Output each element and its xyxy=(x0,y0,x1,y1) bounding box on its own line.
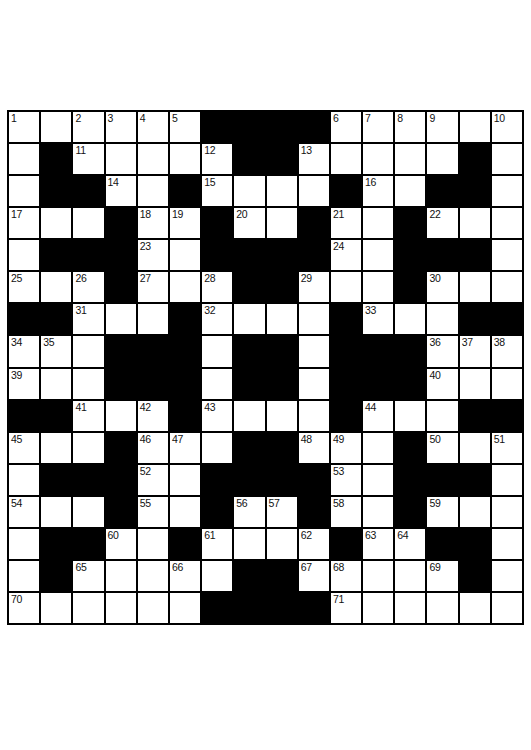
white-cell[interactable] xyxy=(73,369,103,399)
black-cell xyxy=(41,304,71,334)
white-cell[interactable] xyxy=(9,465,39,495)
black-cell xyxy=(170,176,200,206)
white-cell[interactable]: 71 xyxy=(331,593,361,623)
white-cell[interactable]: 40 xyxy=(427,369,457,399)
white-cell[interactable] xyxy=(138,176,168,206)
white-cell[interactable]: 58 xyxy=(331,497,361,527)
clue-number: 23 xyxy=(140,241,151,252)
white-cell[interactable] xyxy=(492,144,522,174)
black-cell xyxy=(106,272,136,302)
black-cell xyxy=(331,304,361,334)
white-cell[interactable] xyxy=(41,208,71,238)
clue-number: 63 xyxy=(365,530,376,541)
black-cell xyxy=(41,401,71,431)
white-cell[interactable]: 2 xyxy=(73,112,103,142)
black-cell xyxy=(267,272,297,302)
black-cell xyxy=(234,561,264,591)
clue-number: 12 xyxy=(204,145,215,156)
clue-number: 27 xyxy=(140,273,151,284)
white-cell[interactable] xyxy=(202,369,232,399)
black-cell xyxy=(427,529,457,559)
black-cell xyxy=(267,433,297,463)
white-cell[interactable] xyxy=(202,561,232,591)
white-cell[interactable]: 8 xyxy=(395,112,425,142)
white-cell[interactable] xyxy=(138,561,168,591)
white-cell[interactable] xyxy=(9,529,39,559)
black-cell xyxy=(41,144,71,174)
white-cell[interactable] xyxy=(202,336,232,366)
white-cell[interactable] xyxy=(363,561,393,591)
white-cell[interactable] xyxy=(492,465,522,495)
white-cell[interactable]: 51 xyxy=(492,433,522,463)
black-cell xyxy=(267,336,297,366)
clue-number: 20 xyxy=(236,209,247,220)
white-cell[interactable] xyxy=(202,433,232,463)
black-cell xyxy=(234,465,264,495)
white-cell[interactable]: 45 xyxy=(9,433,39,463)
clue-number: 51 xyxy=(494,434,505,445)
white-cell[interactable] xyxy=(427,304,457,334)
clue-number: 43 xyxy=(204,402,215,413)
black-cell xyxy=(395,208,425,238)
white-cell[interactable] xyxy=(9,176,39,206)
white-cell[interactable]: 29 xyxy=(299,272,329,302)
white-cell[interactable]: 20 xyxy=(234,208,264,238)
white-cell[interactable]: 7 xyxy=(363,112,393,142)
white-cell[interactable] xyxy=(299,336,329,366)
white-cell[interactable] xyxy=(234,529,264,559)
black-cell xyxy=(202,240,232,270)
black-cell xyxy=(299,208,329,238)
clue-number: 70 xyxy=(11,594,22,605)
clue-number: 15 xyxy=(204,177,215,188)
clue-number: 16 xyxy=(365,177,376,188)
white-cell[interactable]: 41 xyxy=(73,401,103,431)
white-cell[interactable] xyxy=(460,369,490,399)
white-cell[interactable] xyxy=(170,465,200,495)
white-cell[interactable] xyxy=(267,208,297,238)
white-cell[interactable]: 38 xyxy=(492,336,522,366)
black-cell xyxy=(395,272,425,302)
clue-number: 3 xyxy=(108,113,114,124)
white-cell[interactable]: 52 xyxy=(138,465,168,495)
white-cell[interactable]: 42 xyxy=(138,401,168,431)
black-cell xyxy=(41,465,71,495)
white-cell[interactable]: 24 xyxy=(331,240,361,270)
white-cell[interactable] xyxy=(41,593,71,623)
black-cell xyxy=(9,401,39,431)
clue-number: 8 xyxy=(397,113,403,124)
black-cell xyxy=(460,176,490,206)
white-cell[interactable]: 3 xyxy=(106,112,136,142)
white-cell[interactable] xyxy=(41,497,71,527)
white-cell[interactable]: 69 xyxy=(427,561,457,591)
clue-number: 41 xyxy=(75,402,86,413)
white-cell[interactable]: 10 xyxy=(492,112,522,142)
white-cell[interactable] xyxy=(363,208,393,238)
white-cell[interactable] xyxy=(492,497,522,527)
black-cell xyxy=(492,304,522,334)
white-cell[interactable] xyxy=(299,176,329,206)
white-cell[interactable]: 30 xyxy=(427,272,457,302)
black-cell xyxy=(170,369,200,399)
white-cell[interactable] xyxy=(363,497,393,527)
white-cell[interactable] xyxy=(395,144,425,174)
black-cell xyxy=(427,465,457,495)
white-cell[interactable] xyxy=(138,529,168,559)
black-cell xyxy=(267,112,297,142)
white-cell[interactable]: 55 xyxy=(138,497,168,527)
white-cell[interactable]: 36 xyxy=(427,336,457,366)
white-cell[interactable] xyxy=(363,272,393,302)
white-cell[interactable] xyxy=(41,369,71,399)
black-cell xyxy=(234,112,264,142)
white-cell[interactable] xyxy=(73,208,103,238)
black-cell xyxy=(331,529,361,559)
clue-number: 48 xyxy=(301,434,312,445)
clue-number: 65 xyxy=(75,562,86,573)
black-cell xyxy=(363,336,393,366)
white-cell[interactable]: 53 xyxy=(331,465,361,495)
black-cell xyxy=(460,144,490,174)
white-cell[interactable] xyxy=(427,144,457,174)
white-cell[interactable] xyxy=(9,561,39,591)
black-cell xyxy=(267,593,297,623)
clue-number: 37 xyxy=(462,337,473,348)
white-cell[interactable] xyxy=(395,304,425,334)
white-cell[interactable] xyxy=(460,208,490,238)
black-cell xyxy=(299,497,329,527)
white-cell[interactable] xyxy=(427,593,457,623)
clue-number: 17 xyxy=(11,209,22,220)
white-cell[interactable] xyxy=(41,433,71,463)
white-cell[interactable]: 1 xyxy=(9,112,39,142)
white-cell[interactable]: 46 xyxy=(138,433,168,463)
white-cell[interactable] xyxy=(492,561,522,591)
white-cell[interactable]: 22 xyxy=(427,208,457,238)
clue-number: 64 xyxy=(397,530,408,541)
white-cell[interactable] xyxy=(170,240,200,270)
clue-number: 66 xyxy=(172,562,183,573)
white-cell[interactable]: 61 xyxy=(202,529,232,559)
white-cell[interactable]: 48 xyxy=(299,433,329,463)
white-cell[interactable] xyxy=(363,465,393,495)
white-cell[interactable]: 54 xyxy=(9,497,39,527)
white-cell[interactable]: 26 xyxy=(73,272,103,302)
black-cell xyxy=(460,401,490,431)
clue-number: 24 xyxy=(333,241,344,252)
white-cell[interactable] xyxy=(395,401,425,431)
white-cell[interactable]: 65 xyxy=(73,561,103,591)
clue-number: 49 xyxy=(333,434,344,445)
white-cell[interactable] xyxy=(299,369,329,399)
black-cell xyxy=(170,336,200,366)
white-cell[interactable] xyxy=(267,304,297,334)
white-cell[interactable] xyxy=(170,272,200,302)
white-cell[interactable]: 63 xyxy=(363,529,393,559)
clue-number: 19 xyxy=(172,209,183,220)
white-cell[interactable]: 66 xyxy=(170,561,200,591)
black-cell xyxy=(460,304,490,334)
white-cell[interactable] xyxy=(427,401,457,431)
clue-number: 32 xyxy=(204,305,215,316)
white-cell[interactable]: 62 xyxy=(299,529,329,559)
white-cell[interactable]: 15 xyxy=(202,176,232,206)
clue-number: 2 xyxy=(75,113,81,124)
white-cell[interactable] xyxy=(267,529,297,559)
white-cell[interactable]: 70 xyxy=(9,593,39,623)
white-cell[interactable] xyxy=(363,144,393,174)
white-cell[interactable] xyxy=(41,112,71,142)
white-cell[interactable]: 9 xyxy=(427,112,457,142)
white-cell[interactable] xyxy=(363,593,393,623)
white-cell[interactable] xyxy=(492,593,522,623)
white-cell[interactable]: 44 xyxy=(363,401,393,431)
clue-number: 54 xyxy=(11,498,22,509)
white-cell[interactable] xyxy=(395,176,425,206)
black-cell xyxy=(170,401,200,431)
white-cell[interactable]: 56 xyxy=(234,497,264,527)
black-cell xyxy=(395,497,425,527)
black-cell xyxy=(267,369,297,399)
white-cell[interactable]: 11 xyxy=(73,144,103,174)
clue-number: 7 xyxy=(365,113,371,124)
black-cell xyxy=(492,401,522,431)
black-cell xyxy=(106,240,136,270)
black-cell xyxy=(73,465,103,495)
white-cell[interactable]: 28 xyxy=(202,272,232,302)
white-cell[interactable]: 57 xyxy=(267,497,297,527)
white-cell[interactable]: 47 xyxy=(170,433,200,463)
white-cell[interactable] xyxy=(363,433,393,463)
black-cell xyxy=(395,465,425,495)
white-cell[interactable] xyxy=(106,144,136,174)
white-cell[interactable]: 17 xyxy=(9,208,39,238)
black-cell xyxy=(41,240,71,270)
white-cell[interactable]: 13 xyxy=(299,144,329,174)
white-cell[interactable]: 64 xyxy=(395,529,425,559)
clue-number: 40 xyxy=(429,370,440,381)
black-cell xyxy=(234,336,264,366)
white-cell[interactable]: 39 xyxy=(9,369,39,399)
clue-number: 13 xyxy=(301,145,312,156)
white-cell[interactable] xyxy=(299,401,329,431)
black-cell xyxy=(170,529,200,559)
black-cell xyxy=(106,497,136,527)
black-cell xyxy=(234,144,264,174)
black-cell xyxy=(106,369,136,399)
black-cell xyxy=(299,240,329,270)
clue-number: 46 xyxy=(140,434,151,445)
clue-number: 30 xyxy=(429,273,440,284)
black-cell xyxy=(267,561,297,591)
black-cell xyxy=(202,208,232,238)
white-cell[interactable] xyxy=(460,497,490,527)
black-cell xyxy=(267,465,297,495)
white-cell[interactable]: 27 xyxy=(138,272,168,302)
white-cell[interactable] xyxy=(106,561,136,591)
white-cell[interactable] xyxy=(138,593,168,623)
clue-number: 35 xyxy=(43,337,54,348)
black-cell xyxy=(41,529,71,559)
clue-number: 58 xyxy=(333,498,344,509)
clue-number: 39 xyxy=(11,370,22,381)
white-cell[interactable] xyxy=(106,401,136,431)
clue-number: 34 xyxy=(11,337,22,348)
clue-number: 5 xyxy=(172,113,178,124)
white-cell[interactable]: 59 xyxy=(427,497,457,527)
white-cell[interactable] xyxy=(73,593,103,623)
white-cell[interactable] xyxy=(106,304,136,334)
white-cell[interactable]: 37 xyxy=(460,336,490,366)
clue-number: 29 xyxy=(301,273,312,284)
black-cell xyxy=(395,369,425,399)
white-cell[interactable]: 16 xyxy=(363,176,393,206)
white-cell[interactable]: 6 xyxy=(331,112,361,142)
white-cell[interactable] xyxy=(106,593,136,623)
white-cell[interactable] xyxy=(170,144,200,174)
clue-number: 52 xyxy=(140,466,151,477)
black-cell xyxy=(106,336,136,366)
white-cell[interactable] xyxy=(331,144,361,174)
white-cell[interactable] xyxy=(395,593,425,623)
crossword-grid: 1234567891011121314151617181920212223242… xyxy=(7,110,524,625)
black-cell xyxy=(234,433,264,463)
white-cell[interactable]: 12 xyxy=(202,144,232,174)
white-cell[interactable] xyxy=(460,112,490,142)
white-cell[interactable] xyxy=(170,593,200,623)
clue-number: 61 xyxy=(204,530,215,541)
black-cell xyxy=(170,304,200,334)
clue-number: 53 xyxy=(333,466,344,477)
black-cell xyxy=(234,369,264,399)
black-cell xyxy=(202,593,232,623)
clue-number: 42 xyxy=(140,402,151,413)
clue-number: 36 xyxy=(429,337,440,348)
white-cell[interactable] xyxy=(73,433,103,463)
white-cell[interactable] xyxy=(492,208,522,238)
white-cell[interactable] xyxy=(492,176,522,206)
white-cell[interactable] xyxy=(267,176,297,206)
black-cell xyxy=(138,336,168,366)
white-cell[interactable]: 32 xyxy=(202,304,232,334)
black-cell xyxy=(299,465,329,495)
clue-number: 1 xyxy=(11,113,17,124)
clue-number: 18 xyxy=(140,209,151,220)
black-cell xyxy=(331,369,361,399)
white-cell[interactable] xyxy=(267,401,297,431)
white-cell[interactable] xyxy=(492,369,522,399)
white-cell[interactable]: 19 xyxy=(170,208,200,238)
white-cell[interactable] xyxy=(460,433,490,463)
white-cell[interactable]: 35 xyxy=(41,336,71,366)
white-cell[interactable] xyxy=(331,272,361,302)
white-cell[interactable] xyxy=(234,176,264,206)
clue-number: 50 xyxy=(429,434,440,445)
white-cell[interactable]: 60 xyxy=(106,529,136,559)
black-cell xyxy=(234,240,264,270)
white-cell[interactable]: 34 xyxy=(9,336,39,366)
white-cell[interactable] xyxy=(299,304,329,334)
white-cell[interactable]: 31 xyxy=(73,304,103,334)
clue-number: 62 xyxy=(301,530,312,541)
clue-number: 9 xyxy=(429,113,435,124)
white-cell[interactable]: 68 xyxy=(331,561,361,591)
white-cell[interactable] xyxy=(9,144,39,174)
clue-number: 11 xyxy=(75,145,85,156)
white-cell[interactable]: 49 xyxy=(331,433,361,463)
clue-number: 6 xyxy=(333,113,339,124)
white-cell[interactable]: 33 xyxy=(363,304,393,334)
clue-number: 69 xyxy=(429,562,440,573)
black-cell xyxy=(73,529,103,559)
clue-number: 55 xyxy=(140,498,151,509)
white-cell[interactable]: 50 xyxy=(427,433,457,463)
black-cell xyxy=(234,593,264,623)
white-cell[interactable] xyxy=(363,240,393,270)
black-cell xyxy=(202,465,232,495)
white-cell[interactable]: 14 xyxy=(106,176,136,206)
white-cell[interactable]: 25 xyxy=(9,272,39,302)
white-cell[interactable]: 5 xyxy=(170,112,200,142)
black-cell xyxy=(41,176,71,206)
clue-number: 67 xyxy=(301,562,312,573)
white-cell[interactable] xyxy=(73,336,103,366)
clue-number: 71 xyxy=(333,594,344,605)
white-cell[interactable] xyxy=(395,561,425,591)
white-cell[interactable] xyxy=(138,144,168,174)
clue-number: 57 xyxy=(269,498,280,509)
clue-number: 10 xyxy=(494,113,505,124)
clue-number: 14 xyxy=(108,177,119,188)
clue-number: 47 xyxy=(172,434,183,445)
black-cell xyxy=(234,272,264,302)
black-cell xyxy=(363,369,393,399)
black-cell xyxy=(267,144,297,174)
black-cell xyxy=(106,465,136,495)
white-cell[interactable] xyxy=(492,529,522,559)
white-cell[interactable] xyxy=(170,497,200,527)
white-cell[interactable] xyxy=(234,304,264,334)
white-cell[interactable] xyxy=(492,240,522,270)
white-cell[interactable] xyxy=(460,272,490,302)
white-cell[interactable] xyxy=(234,401,264,431)
white-cell[interactable]: 18 xyxy=(138,208,168,238)
white-cell[interactable] xyxy=(9,240,39,270)
white-cell[interactable]: 23 xyxy=(138,240,168,270)
black-cell xyxy=(41,561,71,591)
black-cell xyxy=(427,240,457,270)
black-cell xyxy=(9,304,39,334)
white-cell[interactable] xyxy=(41,272,71,302)
crossword-page: 1234567891011121314151617181920212223242… xyxy=(0,0,531,750)
white-cell[interactable]: 43 xyxy=(202,401,232,431)
clue-number: 4 xyxy=(140,113,146,124)
black-cell xyxy=(460,561,490,591)
white-cell[interactable]: 67 xyxy=(299,561,329,591)
white-cell[interactable]: 21 xyxy=(331,208,361,238)
black-cell xyxy=(138,369,168,399)
clue-number: 60 xyxy=(108,530,119,541)
clue-number: 31 xyxy=(75,305,86,316)
clue-number: 38 xyxy=(494,337,505,348)
white-cell[interactable] xyxy=(492,272,522,302)
white-cell[interactable] xyxy=(138,304,168,334)
white-cell[interactable] xyxy=(460,593,490,623)
white-cell[interactable]: 4 xyxy=(138,112,168,142)
white-cell[interactable] xyxy=(73,497,103,527)
black-cell xyxy=(73,176,103,206)
